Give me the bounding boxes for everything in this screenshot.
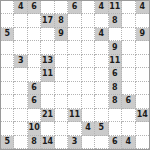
empty-cell[interactable] [122,14,135,27]
empty-cell[interactable] [95,68,108,81]
empty-cell[interactable] [1,68,14,81]
empty-cell[interactable] [109,109,122,122]
empty-cell[interactable] [55,41,68,54]
clue-cell: 4 [95,1,108,14]
empty-cell[interactable] [28,55,41,68]
empty-cell[interactable] [136,95,149,108]
empty-cell[interactable] [82,82,95,95]
empty-cell[interactable] [55,95,68,108]
empty-cell[interactable] [68,95,81,108]
empty-cell[interactable] [55,68,68,81]
clue-cell: 5 [1,136,14,149]
empty-cell[interactable] [82,68,95,81]
empty-cell[interactable] [122,55,135,68]
clue-cell: 13 [41,55,54,68]
clue-cell: 4 [14,1,27,14]
empty-cell[interactable] [122,122,135,135]
empty-cell[interactable] [41,28,54,41]
empty-cell[interactable] [14,95,27,108]
clue-cell: 6 [68,1,81,14]
clue-cell: 14 [41,136,54,149]
empty-cell[interactable] [14,28,27,41]
clue-cell: 8 [55,14,68,27]
clue-cell: 8 [28,136,41,149]
empty-cell[interactable] [14,14,27,27]
empty-cell[interactable] [68,41,81,54]
clue-cell: 9 [109,41,122,54]
empty-cell[interactable] [136,122,149,135]
empty-cell[interactable] [136,14,149,27]
empty-cell[interactable] [14,68,27,81]
empty-cell[interactable] [82,109,95,122]
empty-cell[interactable] [14,82,27,95]
clue-cell: 11 [68,109,81,122]
empty-cell[interactable] [28,41,41,54]
empty-cell[interactable] [82,1,95,14]
empty-cell[interactable] [82,14,95,27]
clue-cell: 4 [95,28,108,41]
empty-cell[interactable] [41,122,54,135]
empty-cell[interactable] [82,55,95,68]
clue-cell: 5 [1,28,14,41]
empty-cell[interactable] [41,95,54,108]
empty-cell[interactable] [122,28,135,41]
clue-cell: 4 [136,1,149,14]
empty-cell[interactable] [109,28,122,41]
clue-cell: 8 [109,82,122,95]
empty-cell[interactable] [14,41,27,54]
empty-cell[interactable] [1,41,14,54]
empty-cell[interactable] [68,55,81,68]
clue-cell: 4 [82,122,95,135]
clue-cell: 10 [28,122,41,135]
clue-cell: 9 [136,28,149,41]
clue-cell: 6 [28,95,41,108]
clue-cell: 6 [109,136,122,149]
empty-cell[interactable] [122,41,135,54]
clue-cell: 4 [122,136,135,149]
clue-cell: 6 [28,82,41,95]
empty-cell[interactable] [82,95,95,108]
empty-cell[interactable] [68,14,81,27]
empty-cell[interactable] [1,82,14,95]
empty-cell[interactable] [82,28,95,41]
clue-cell: 11 [109,55,122,68]
empty-cell[interactable] [55,55,68,68]
clue-cell: 5 [95,122,108,135]
clue-cell: 8 [109,95,122,108]
empty-cell[interactable] [82,41,95,54]
empty-cell[interactable] [136,41,149,54]
empty-cell[interactable] [14,122,27,135]
empty-cell[interactable] [95,41,108,54]
empty-cell[interactable] [136,68,149,81]
empty-cell[interactable] [68,68,81,81]
empty-cell[interactable] [82,136,95,149]
empty-cell[interactable] [55,82,68,95]
empty-cell[interactable] [68,82,81,95]
empty-cell[interactable] [28,28,41,41]
empty-cell[interactable] [1,122,14,135]
empty-cell[interactable] [55,122,68,135]
empty-cell[interactable] [1,55,14,68]
empty-cell[interactable] [122,82,135,95]
puzzle-board: 4664114178859499313111166868621111410455… [0,0,150,150]
empty-cell[interactable] [41,82,54,95]
clue-cell: 14 [136,109,149,122]
empty-cell[interactable] [14,136,27,149]
empty-cell[interactable] [1,14,14,27]
empty-cell[interactable] [55,136,68,149]
empty-cell[interactable] [41,1,54,14]
empty-cell[interactable] [109,122,122,135]
empty-cell[interactable] [136,55,149,68]
clue-cell: 8 [109,14,122,27]
clue-cell: 3 [68,136,81,149]
empty-cell[interactable] [95,109,108,122]
empty-cell[interactable] [28,68,41,81]
clue-cell: 3 [14,55,27,68]
empty-cell[interactable] [95,82,108,95]
empty-cell[interactable] [55,109,68,122]
clue-cell: 6 [28,1,41,14]
empty-cell[interactable] [122,68,135,81]
clue-cell: 21 [41,109,54,122]
empty-cell[interactable] [122,109,135,122]
empty-cell[interactable] [1,95,14,108]
empty-cell[interactable] [136,82,149,95]
clue-cell: 17 [41,14,54,27]
empty-cell[interactable] [95,95,108,108]
empty-cell[interactable] [1,109,14,122]
empty-cell[interactable] [41,41,54,54]
empty-cell[interactable] [122,1,135,14]
empty-cell[interactable] [1,1,14,14]
clue-cell: 6 [109,68,122,81]
empty-cell[interactable] [95,136,108,149]
empty-cell[interactable] [68,28,81,41]
clue-cell: 11 [41,68,54,81]
clue-cell: 11 [109,1,122,14]
clue-cell: 9 [55,28,68,41]
empty-cell[interactable] [68,122,81,135]
clue-cell: 6 [122,95,135,108]
empty-cell[interactable] [95,14,108,27]
empty-cell[interactable] [14,109,27,122]
empty-cell[interactable] [28,14,41,27]
empty-cell[interactable] [28,109,41,122]
empty-cell[interactable] [136,136,149,149]
empty-cell[interactable] [95,55,108,68]
empty-cell[interactable] [55,1,68,14]
